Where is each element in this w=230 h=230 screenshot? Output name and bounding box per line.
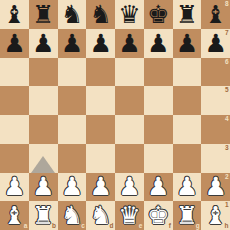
square-h7[interactable]: ♟7 <box>201 29 230 58</box>
square-h3[interactable]: 3 <box>201 144 230 173</box>
square-f8[interactable]: ♚ <box>144 0 173 29</box>
rank-label-3: 3 <box>225 145 229 152</box>
piece-white-bishop[interactable]: ♝ <box>204 203 226 228</box>
square-c3[interactable] <box>58 144 87 173</box>
square-b6[interactable] <box>29 58 58 87</box>
piece-black-rook[interactable]: ♜ <box>32 1 54 26</box>
piece-white-bishop[interactable]: ♝ <box>3 203 25 228</box>
piece-black-pawn[interactable]: ♟ <box>147 30 169 55</box>
piece-white-knight[interactable]: ♞ <box>61 203 83 228</box>
square-d5[interactable] <box>86 86 115 115</box>
square-c6[interactable] <box>58 58 87 87</box>
square-d6[interactable] <box>86 58 115 87</box>
square-g1[interactable]: ♜g <box>173 201 202 230</box>
rank-label-4: 4 <box>225 116 229 123</box>
square-h6[interactable]: 6 <box>201 58 230 87</box>
piece-black-pawn[interactable]: ♟ <box>61 30 83 55</box>
square-c8[interactable]: ♞ <box>58 0 87 29</box>
square-b5[interactable] <box>29 86 58 115</box>
piece-white-pawn[interactable]: ♟ <box>89 174 111 199</box>
square-g4[interactable] <box>173 115 202 144</box>
square-d2[interactable]: ♟ <box>86 173 115 202</box>
square-a1[interactable]: ♝a <box>0 201 29 230</box>
square-e2[interactable]: ♟ <box>115 173 144 202</box>
piece-white-pawn[interactable]: ♟ <box>32 174 54 199</box>
piece-white-queen[interactable]: ♛ <box>118 203 140 228</box>
piece-black-king[interactable]: ♚ <box>147 1 169 26</box>
square-g7[interactable]: ♟ <box>173 29 202 58</box>
square-a6[interactable] <box>0 58 29 87</box>
square-e6[interactable] <box>115 58 144 87</box>
square-c7[interactable]: ♟ <box>58 29 87 58</box>
square-g3[interactable] <box>173 144 202 173</box>
piece-white-pawn[interactable]: ♟ <box>3 174 25 199</box>
square-f4[interactable] <box>144 115 173 144</box>
square-e8[interactable]: ♛ <box>115 0 144 29</box>
square-f7[interactable]: ♟ <box>144 29 173 58</box>
square-f2[interactable]: ♟ <box>144 173 173 202</box>
square-e5[interactable] <box>115 86 144 115</box>
piece-white-pawn[interactable]: ♟ <box>118 174 140 199</box>
piece-white-rook[interactable]: ♜ <box>176 203 198 228</box>
square-f6[interactable] <box>144 58 173 87</box>
rank-label-5: 5 <box>225 87 229 94</box>
square-c4[interactable] <box>58 115 87 144</box>
piece-black-pawn[interactable]: ♟ <box>89 30 111 55</box>
square-g8[interactable]: ♜ <box>173 0 202 29</box>
move-hint-arrowhead <box>31 156 55 173</box>
piece-white-pawn[interactable]: ♟ <box>204 174 226 199</box>
square-a5[interactable] <box>0 86 29 115</box>
piece-black-pawn[interactable]: ♟ <box>32 30 54 55</box>
piece-white-rook[interactable]: ♜ <box>32 203 54 228</box>
square-b1[interactable]: ♜b <box>29 201 58 230</box>
piece-black-queen[interactable]: ♛ <box>118 1 140 26</box>
square-b7[interactable]: ♟ <box>29 29 58 58</box>
square-a8[interactable]: ♝ <box>0 0 29 29</box>
square-d1[interactable]: ♞d <box>86 201 115 230</box>
piece-black-pawn[interactable]: ♟ <box>176 30 198 55</box>
square-h4[interactable]: 4 <box>201 115 230 144</box>
square-a4[interactable] <box>0 115 29 144</box>
piece-white-knight[interactable]: ♞ <box>89 203 111 228</box>
square-e4[interactable] <box>115 115 144 144</box>
square-h2[interactable]: ♟2 <box>201 173 230 202</box>
square-b2[interactable]: ♟ <box>29 173 58 202</box>
square-b4[interactable] <box>29 115 58 144</box>
square-h1[interactable]: ♝1h <box>201 201 230 230</box>
square-g2[interactable]: ♟ <box>173 173 202 202</box>
square-e7[interactable]: ♟ <box>115 29 144 58</box>
piece-black-pawn[interactable]: ♟ <box>204 30 226 55</box>
square-c1[interactable]: ♞c <box>58 201 87 230</box>
square-f3[interactable] <box>144 144 173 173</box>
piece-black-pawn[interactable]: ♟ <box>118 30 140 55</box>
piece-white-pawn[interactable]: ♟ <box>147 174 169 199</box>
square-a7[interactable]: ♟ <box>0 29 29 58</box>
piece-white-pawn[interactable]: ♟ <box>176 174 198 199</box>
piece-black-pawn[interactable]: ♟ <box>3 30 25 55</box>
square-b8[interactable]: ♜ <box>29 0 58 29</box>
square-c5[interactable] <box>58 86 87 115</box>
square-h5[interactable]: 5 <box>201 86 230 115</box>
square-h8[interactable]: ♝8 <box>201 0 230 29</box>
rank-label-6: 6 <box>225 59 229 66</box>
piece-white-king[interactable]: ♚ <box>147 203 169 228</box>
square-d4[interactable] <box>86 115 115 144</box>
square-f5[interactable] <box>144 86 173 115</box>
square-a3[interactable] <box>0 144 29 173</box>
chess-board: ♝♜♞♞♛♚♜♝8♟♟♟♟♟♟♟♟76543♟♟♟♟♟♟♟♟2♝a♜b♞c♞d♛… <box>0 0 230 230</box>
square-e1[interactable]: ♛e <box>115 201 144 230</box>
square-d8[interactable]: ♞ <box>86 0 115 29</box>
square-g5[interactable] <box>173 86 202 115</box>
square-a2[interactable]: ♟ <box>0 173 29 202</box>
piece-white-pawn[interactable]: ♟ <box>61 174 83 199</box>
piece-black-knight[interactable]: ♞ <box>61 1 83 26</box>
piece-black-bishop[interactable]: ♝ <box>3 1 25 26</box>
square-d7[interactable]: ♟ <box>86 29 115 58</box>
piece-black-rook[interactable]: ♜ <box>176 1 198 26</box>
square-g6[interactable] <box>173 58 202 87</box>
piece-black-knight[interactable]: ♞ <box>89 1 111 26</box>
square-c2[interactable]: ♟ <box>58 173 87 202</box>
square-d3[interactable] <box>86 144 115 173</box>
square-b3[interactable] <box>29 144 58 173</box>
square-f1[interactable]: ♚f <box>144 201 173 230</box>
piece-black-bishop[interactable]: ♝ <box>204 1 226 26</box>
square-e3[interactable] <box>115 144 144 173</box>
